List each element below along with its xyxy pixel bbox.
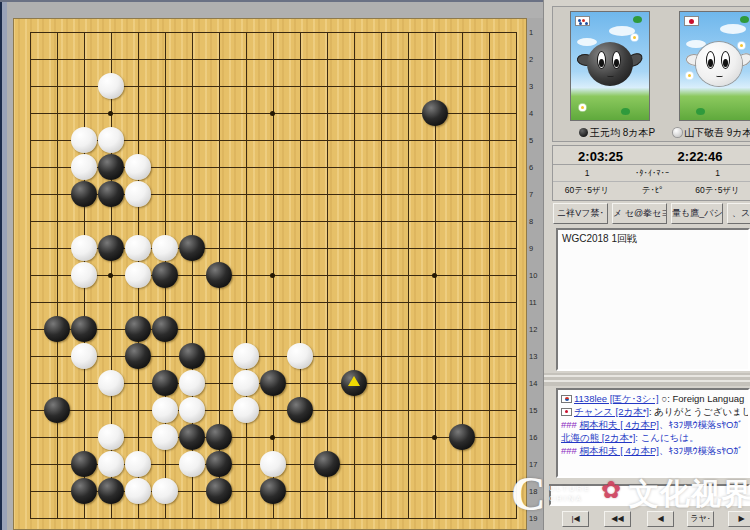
chat-username-link[interactable]: 桐本和夫 [ 4カ本P] [580,445,659,456]
go-to-start-button[interactable]: |◀ [562,511,589,527]
black-stone [98,154,124,180]
mouth [607,74,614,77]
coordinate-label: 4 [529,109,543,118]
mouth [716,74,723,77]
chinese-taipei-flag-icon [575,16,590,26]
flower [686,72,693,79]
white-stone-character [696,42,742,86]
coordinate-label: 9 [529,244,543,253]
coordinate-label: 18 [529,487,543,496]
coordinate-label: 11 [529,298,543,307]
white-stone [98,127,124,153]
white-stone [233,397,259,423]
chat-message: ### 桐本和夫 [ 4カ本P]、ｷ3ﾌ県ｳ模落sﾔOｶﾞ [561,419,750,431]
chat-message: チャンス [2カ本*]: ありがとうございました [561,406,750,418]
chat-text: ○: Foreign Languag [659,393,745,404]
grid-line [408,32,409,519]
black-stone [71,181,97,207]
grid-line [300,32,301,519]
white-stone [71,154,97,180]
black-stone [152,316,178,342]
coordinate-label: 15 [529,406,543,415]
black-stone-icon [579,128,588,137]
toolbar-button[interactable]: 、ス.ホ [727,203,750,224]
black-stone [152,370,178,396]
coordinate-label: 16 [529,433,543,442]
white-player-name: 山下敬吾 9カ本P [673,126,750,140]
chat-hash-prefix: ### [561,419,580,430]
chat-text: 、ｷ3ﾌ県ｳ模落sﾔOｶﾞ [659,445,743,456]
black-stone [98,478,124,504]
white-clock: 2:22:46 [648,149,750,164]
leaf [633,16,642,23]
black-stone [206,451,232,477]
game-info-panel: 王元均 8カ本P 山下敬吾 9カ本P 2:03:25 2:22:46 1 ･ﾀ･… [543,0,750,530]
flower [579,104,586,111]
toolbar-button[interactable]: メ セ@拳セヨ [612,203,667,224]
chat-username-link[interactable]: 1138lee [匡ケ･3シ･] [574,393,659,404]
white-stone [125,262,151,288]
white-stone [152,235,178,261]
last-move-triangle-marker [348,376,360,386]
white-byoyomi: 60テ･5ザリ [683,185,750,197]
play-label-button[interactable]: ラヤ･ [687,511,714,527]
white-stone [98,73,124,99]
game-info-box[interactable]: WGC2018 1回戦 [556,228,750,371]
star-point [270,111,275,116]
grid-line [354,32,355,519]
white-stone [233,370,259,396]
white-stone [179,370,205,396]
step-back-button[interactable]: ◀ [647,511,674,527]
star-point [108,273,113,278]
coordinate-label: 13 [529,352,543,361]
black-stone [422,100,448,126]
chat-message: 北海の熊 [2カ本*]: こんにちは。 [561,432,750,444]
coordinate-label: 2 [529,55,543,64]
black-stone [125,343,151,369]
white-stone [260,451,286,477]
players-box: 王元均 8カ本P 山下敬吾 9カ本P [552,6,750,142]
white-stone [287,343,313,369]
cloud [577,38,597,46]
black-stone [71,478,97,504]
star-point [270,435,275,440]
japan-flag-icon [684,16,699,26]
grid-line [30,329,517,330]
black-stone-character [587,42,633,86]
black-stone [71,451,97,477]
white-stone [125,235,151,261]
eye [612,51,621,69]
white-player-avatar [679,11,750,121]
white-stone [71,262,97,288]
black-stone [314,451,340,477]
panel-splitter[interactable] [544,373,750,386]
black-stone [44,316,70,342]
move-navigation-toolbar: |◀◀◀◀ラヤ･▶ [544,511,750,528]
go-client-window: 12345678910111213141516171819 [0,0,750,530]
black-stone [179,343,205,369]
white-stone [152,424,178,450]
grid-line [30,356,517,357]
black-stone [125,316,151,342]
star-point [270,273,275,278]
grid-line [30,302,517,303]
white-stone [125,154,151,180]
japan-flag-icon [561,408,572,416]
fast-rewind-button[interactable]: ◀◀ [604,511,631,527]
toolbar-button[interactable]: 量も鷹_バシ [671,203,723,224]
star-point [108,111,113,116]
coordinate-label: 17 [529,460,543,469]
black-player-avatar [570,11,650,121]
chat-messages[interactable]: 1138lee [匡ケ･3シ･] ○: Foreign Languagチャンス … [556,388,750,478]
white-stone [179,451,205,477]
coordinate-label: 5 [529,136,543,145]
black-stone [206,478,232,504]
black-periods: 1 [553,168,621,178]
eye [706,51,715,69]
white-stone [233,343,259,369]
coordinate-label: 10 [529,271,543,280]
flower [631,34,638,41]
coordinate-label: 14 [529,379,543,388]
toolbar-button[interactable]: ニ袢Vフ禁･ [553,203,608,224]
black-stone [449,424,475,450]
black-stone [152,262,178,288]
board-coordinate-ruler: 12345678910111213141516171819 [527,18,543,530]
coordinate-label: 12 [529,325,543,334]
white-stone [71,235,97,261]
black-stone [260,370,286,396]
star-point [432,435,437,440]
star-point [432,273,437,278]
black-clock: 2:03:25 [553,149,648,164]
byoyomi-label: テ･ﾋ° [621,185,683,197]
black-stone [98,235,124,261]
coordinate-label: 3 [529,82,543,91]
white-stone [71,127,97,153]
white-stone [125,181,151,207]
black-stone [98,181,124,207]
goban[interactable] [13,18,527,530]
toolbar: ニ袢Vフ禁･メ セ@拳セヨ量も鷹_バシ、ス.ホ [544,203,750,225]
grid-line [30,410,517,411]
window-edge [0,0,543,2]
leaf [696,108,705,115]
white-stone [152,397,178,423]
grid-line [516,32,517,519]
chat-username-link[interactable]: 桐本和夫 [ 4カ本P] [580,419,659,430]
coordinate-label: 7 [529,190,543,199]
white-stone [98,424,124,450]
black-stone [260,478,286,504]
eye [721,51,730,69]
game-title: WGC2018 1回戦 [562,232,637,246]
black-stone [206,424,232,450]
chat-message: ### 桐本和夫 [ 4カ本P]、ｷ3ﾌ県ｳ模落sﾔOｶﾞ [561,445,750,457]
leaf [621,108,630,115]
black-player-name: 王元均 8カ本P [561,126,673,140]
white-stone-icon [673,128,682,137]
grid-line [489,32,490,519]
chat-text: : こんにちは。 [635,432,698,443]
grid-line [381,32,382,519]
byoyomi-row: 60テ･5ザリ テ･ﾋ° 60テ･5ザリ [553,183,750,200]
coordinate-label: 19 [529,514,543,523]
black-stone [206,262,232,288]
chat-message: 1138lee [匡ケ･3シ･] ○: Foreign Languag [561,393,750,405]
white-stone [125,451,151,477]
clock-panel: 2:03:25 2:22:46 1 ･ﾀ･ｲ･ﾏ･ｰ 1 60テ･5ザリ テ･ﾋ… [552,145,750,201]
board-window: 12345678910111213141516171819 [0,0,543,530]
white-stone [152,478,178,504]
coordinate-label: 8 [529,217,543,226]
coordinate-label: 6 [529,163,543,172]
black-stone [71,316,97,342]
coordinate-label: 1 [529,28,543,37]
chat-text: : ありがとうございました [649,406,750,417]
chat-input[interactable] [549,484,750,506]
periods-row: 1 ･ﾀ･ｲ･ﾏ･ｰ 1 [553,166,750,182]
flower [738,42,745,49]
white-stone [125,478,151,504]
window-edge [2,0,7,530]
black-stone [179,424,205,450]
chat-username-link[interactable]: 北海の熊 [2カ本*] [561,432,635,443]
grid-line [30,518,517,519]
white-periods: 1 [683,168,750,178]
step-forward-button[interactable]: ▶ [728,511,750,527]
timer-label: ･ﾀ･ｲ･ﾏ･ｰ [621,168,683,178]
cloud [720,24,746,34]
eye [597,51,606,69]
chat-hash-prefix: ### [561,445,580,456]
chat-username-link[interactable]: チャンス [2カ本*] [574,406,649,417]
leaf [740,16,749,23]
grid-line [327,32,328,519]
white-stone [179,397,205,423]
black-stone [287,397,313,423]
chat-text: 、ｷ3ﾌ県ｳ模落sﾔOｶﾞ [659,419,743,430]
black-stone [179,235,205,261]
korea-flag-icon [561,395,572,403]
white-stone [98,370,124,396]
black-stone [44,397,70,423]
time-row: 2:03:25 2:22:46 [553,147,750,165]
white-stone [71,343,97,369]
black-byoyomi: 60テ･5ザリ [553,185,621,197]
white-stone [98,451,124,477]
